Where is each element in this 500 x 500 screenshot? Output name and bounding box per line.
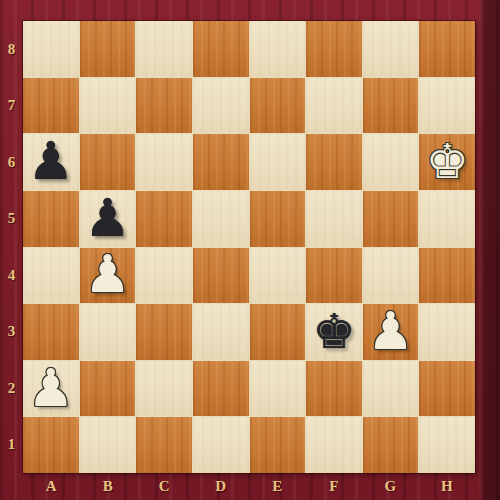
square-d3[interactable] xyxy=(193,304,249,360)
square-h4[interactable] xyxy=(419,248,475,304)
piece-black-king-f3[interactable]: ♚ xyxy=(312,307,355,355)
square-c7[interactable] xyxy=(136,78,192,134)
square-b5[interactable]: ♟ xyxy=(80,191,136,247)
square-g8[interactable] xyxy=(363,21,419,77)
file-label-c: C xyxy=(136,473,193,500)
file-label-d: D xyxy=(193,473,250,500)
square-d5[interactable] xyxy=(193,191,249,247)
piece-white-pawn-g3[interactable]: ♟ xyxy=(367,305,414,357)
square-f4[interactable] xyxy=(306,248,362,304)
square-g7[interactable] xyxy=(363,78,419,134)
square-g4[interactable] xyxy=(363,248,419,304)
square-d2[interactable] xyxy=(193,361,249,417)
square-c2[interactable] xyxy=(136,361,192,417)
square-b2[interactable] xyxy=(80,361,136,417)
square-f3[interactable]: ♚ xyxy=(306,304,362,360)
square-a3[interactable] xyxy=(23,304,79,360)
square-e5[interactable] xyxy=(250,191,306,247)
square-h1[interactable] xyxy=(419,417,475,473)
square-e2[interactable] xyxy=(250,361,306,417)
square-f1[interactable] xyxy=(306,417,362,473)
square-d8[interactable] xyxy=(193,21,249,77)
file-label-f: F xyxy=(306,473,363,500)
square-b6[interactable] xyxy=(80,134,136,190)
file-labels: ABCDEFGH xyxy=(23,473,475,500)
square-a8[interactable] xyxy=(23,21,79,77)
piece-black-pawn-b5[interactable]: ♟ xyxy=(84,192,131,244)
file-label-e: E xyxy=(249,473,306,500)
square-a7[interactable] xyxy=(23,78,79,134)
square-d6[interactable] xyxy=(193,134,249,190)
rank-label-2: 2 xyxy=(0,360,23,417)
square-d4[interactable] xyxy=(193,248,249,304)
piece-white-pawn-a2[interactable]: ♟ xyxy=(28,362,75,414)
file-label-a: A xyxy=(23,473,80,500)
rank-labels: 87654321 xyxy=(0,21,23,473)
piece-white-pawn-b4[interactable]: ♟ xyxy=(84,248,131,300)
chessboard: ♟♚♟♟♚♟♟ xyxy=(23,21,475,473)
square-h2[interactable] xyxy=(419,361,475,417)
square-a2[interactable]: ♟ xyxy=(23,361,79,417)
square-g1[interactable] xyxy=(363,417,419,473)
square-a6[interactable]: ♟ xyxy=(23,134,79,190)
square-d7[interactable] xyxy=(193,78,249,134)
square-a1[interactable] xyxy=(23,417,79,473)
rank-label-1: 1 xyxy=(0,417,23,474)
square-e8[interactable] xyxy=(250,21,306,77)
square-h6[interactable]: ♚ xyxy=(419,134,475,190)
piece-white-king-h6[interactable]: ♚ xyxy=(426,137,469,185)
square-a5[interactable] xyxy=(23,191,79,247)
file-label-h: H xyxy=(419,473,476,500)
square-h8[interactable] xyxy=(419,21,475,77)
square-g3[interactable]: ♟ xyxy=(363,304,419,360)
rank-label-6: 6 xyxy=(0,134,23,191)
file-label-b: B xyxy=(80,473,137,500)
rank-label-5: 5 xyxy=(0,191,23,248)
square-c3[interactable] xyxy=(136,304,192,360)
square-a4[interactable] xyxy=(23,248,79,304)
square-c4[interactable] xyxy=(136,248,192,304)
chessboard-frame: ♟♚♟♟♚♟♟ 87654321 ABCDEFGH xyxy=(0,0,500,500)
square-e4[interactable] xyxy=(250,248,306,304)
file-label-g: G xyxy=(362,473,419,500)
rank-label-7: 7 xyxy=(0,78,23,135)
square-c8[interactable] xyxy=(136,21,192,77)
square-b3[interactable] xyxy=(80,304,136,360)
square-f2[interactable] xyxy=(306,361,362,417)
square-h5[interactable] xyxy=(419,191,475,247)
rank-label-3: 3 xyxy=(0,304,23,361)
square-c6[interactable] xyxy=(136,134,192,190)
square-b1[interactable] xyxy=(80,417,136,473)
square-h3[interactable] xyxy=(419,304,475,360)
square-h7[interactable] xyxy=(419,78,475,134)
square-e3[interactable] xyxy=(250,304,306,360)
square-g5[interactable] xyxy=(363,191,419,247)
square-e6[interactable] xyxy=(250,134,306,190)
square-d1[interactable] xyxy=(193,417,249,473)
square-g2[interactable] xyxy=(363,361,419,417)
square-c1[interactable] xyxy=(136,417,192,473)
square-b8[interactable] xyxy=(80,21,136,77)
square-f6[interactable] xyxy=(306,134,362,190)
square-c5[interactable] xyxy=(136,191,192,247)
piece-black-pawn-a6[interactable]: ♟ xyxy=(28,135,75,187)
square-b7[interactable] xyxy=(80,78,136,134)
square-g6[interactable] xyxy=(363,134,419,190)
square-e1[interactable] xyxy=(250,417,306,473)
square-f8[interactable] xyxy=(306,21,362,77)
square-e7[interactable] xyxy=(250,78,306,134)
square-f5[interactable] xyxy=(306,191,362,247)
rank-label-4: 4 xyxy=(0,247,23,304)
square-b4[interactable]: ♟ xyxy=(80,248,136,304)
rank-label-8: 8 xyxy=(0,21,23,78)
square-f7[interactable] xyxy=(306,78,362,134)
